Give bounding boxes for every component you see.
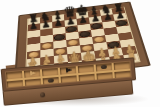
drawer-compartment: ♟ (24, 69, 41, 77)
black-pawn[interactable]: ♟ (64, 16, 78, 27)
dark-pawn-in-drawer[interactable]: ♟ (64, 66, 73, 74)
dark-checker-disc[interactable] (67, 26, 76, 32)
drawer-compartment (114, 62, 131, 70)
black-pawn[interactable]: ♟ (51, 17, 65, 28)
drawer-compartment (96, 63, 113, 71)
black-pawn[interactable]: ♟ (101, 11, 115, 22)
drawer-compartment (6, 71, 23, 79)
dark-checker-disc[interactable] (55, 35, 64, 41)
drawer-compartment (78, 73, 95, 81)
drawer-compartment (96, 72, 113, 80)
black-pawn[interactable]: ♟ (89, 13, 103, 24)
drawer-compartment (43, 76, 60, 84)
black-pawn[interactable]: ♟ (39, 19, 53, 30)
black-pawn[interactable]: ♟ (113, 10, 127, 21)
drawer-compartment (7, 80, 24, 88)
light-checker-disc[interactable] (94, 37, 104, 43)
square-b4[interactable] (40, 42, 53, 51)
black-pawn[interactable]: ♟ (27, 20, 41, 31)
chess-set-photo: ♜♞♝♛♚♝♞♜♟♟♟♟♟♟♟♟♟♟♟♟♟♟♟♟♜♞♝♛♚♝♞♜ ♟♟ (0, 0, 160, 107)
dark-checker-in-drawer[interactable] (101, 65, 107, 70)
light-checker-disc[interactable] (42, 43, 51, 49)
drawer-compartment (78, 65, 95, 73)
light-pawn-in-drawer[interactable]: ♟ (28, 70, 37, 78)
drawer-knob-icon[interactable] (40, 92, 45, 97)
dark-checker-in-drawer[interactable] (48, 78, 54, 83)
drawer-compartment (114, 70, 131, 78)
drawer-compartment (42, 68, 59, 76)
dark-checker-disc[interactable] (80, 31, 90, 37)
black-pawn[interactable]: ♟ (76, 14, 90, 25)
dark-checker-disc[interactable] (92, 23, 102, 28)
dark-checker-disc[interactable] (117, 20, 127, 25)
drawer-compartment (61, 75, 78, 83)
drawer-compartment: ♟ (60, 66, 77, 74)
light-checker-disc[interactable] (68, 40, 78, 46)
drawer-compartment (25, 78, 42, 86)
